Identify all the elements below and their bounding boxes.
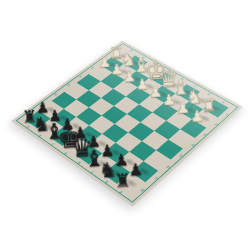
white-pawn: ♟ — [188, 109, 207, 125]
chess-board: ♜♞♝♚♛♝♞♜♟♟♟♟♟♟♟♟♟♟♟♟♟♟♟♟♜♞♝♚♛♝♞♜ — [25, 49, 228, 194]
chess-set-photo: ♜♞♝♚♛♝♞♜♟♟♟♟♟♟♟♟♟♟♟♟♟♟♟♟♜♞♝♚♛♝♞♜ hgfedcb… — [0, 0, 250, 250]
chess-mat: ♜♞♝♚♛♝♞♜♟♟♟♟♟♟♟♟♟♟♟♟♟♟♟♟♜♞♝♚♛♝♞♜ hgfedcb… — [11, 41, 242, 207]
black-rook: ♜ — [112, 171, 133, 191]
